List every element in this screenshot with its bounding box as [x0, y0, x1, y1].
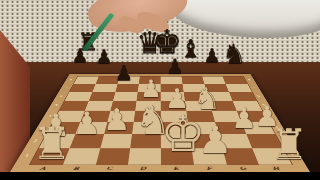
black-pawn-b7[interactable]: ♟: [95, 47, 112, 66]
white-rook-a1[interactable]: ♜: [32, 122, 71, 166]
file-label-d: D: [126, 165, 160, 172]
white-pawn-f2[interactable]: ♟: [198, 121, 232, 159]
black-pawn-c5[interactable]: ♟: [115, 63, 134, 84]
square-c7[interactable]: [115, 84, 139, 92]
black-pawn-e6[interactable]: ♟: [166, 56, 184, 76]
white-pawn-g3[interactable]: ♟: [231, 105, 256, 133]
video-frame: ABCDEFGH 12345678 12345678 ♜♚♛♝♟♟♟♞♟♟♟♟♞…: [0, 0, 320, 180]
black-queen-d8[interactable]: ♛: [137, 28, 164, 58]
white-pawn-c2[interactable]: ♟: [104, 105, 131, 135]
white-pawn-b2[interactable]: ♟: [73, 108, 101, 139]
white-rook-h1[interactable]: ♜: [270, 124, 308, 166]
square-d1[interactable]: [128, 148, 161, 164]
square-b7[interactable]: [92, 84, 117, 92]
file-label-e: E: [160, 165, 194, 172]
file-label-g: G: [226, 165, 262, 172]
black-pawn-g7[interactable]: ♟: [203, 46, 220, 65]
black-knight-h7[interactable]: ♞: [222, 40, 246, 67]
letterbox-bar: [0, 172, 320, 180]
file-label-f: F: [193, 165, 228, 172]
file-label-c: C: [93, 165, 128, 172]
square-b6[interactable]: [89, 92, 115, 101]
square-c1[interactable]: [95, 148, 130, 164]
